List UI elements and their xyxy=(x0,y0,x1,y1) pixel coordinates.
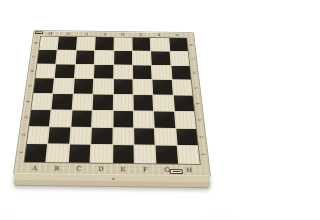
square-h3[interactable] xyxy=(175,112,196,128)
square-b7[interactable] xyxy=(57,50,76,64)
square-b8[interactable] xyxy=(58,37,77,50)
square-c3[interactable] xyxy=(71,110,92,126)
square-b4[interactable] xyxy=(52,94,73,109)
square-a1[interactable] xyxy=(25,144,48,162)
square-c4[interactable] xyxy=(72,94,92,109)
square-f6[interactable] xyxy=(133,65,152,79)
square-c5[interactable] xyxy=(73,79,93,94)
square-a4[interactable] xyxy=(31,94,52,109)
chessboard-photo: ABCDEFGH ABCDEFGH 87654321 87654321 xyxy=(0,0,220,220)
square-d7[interactable] xyxy=(95,51,113,65)
square-h6[interactable] xyxy=(171,65,191,79)
square-a5[interactable] xyxy=(34,78,55,93)
square-e3[interactable] xyxy=(113,111,133,127)
square-f4[interactable] xyxy=(133,95,153,110)
square-b2[interactable] xyxy=(48,127,70,144)
square-f5[interactable] xyxy=(133,80,152,95)
square-d6[interactable] xyxy=(94,65,113,79)
square-a6[interactable] xyxy=(36,64,56,78)
square-g2[interactable] xyxy=(155,128,176,145)
square-d2[interactable] xyxy=(91,127,112,144)
square-b1[interactable] xyxy=(47,144,69,162)
square-g1[interactable] xyxy=(156,146,178,164)
square-d4[interactable] xyxy=(93,94,113,109)
square-f2[interactable] xyxy=(134,128,155,145)
square-h7[interactable] xyxy=(170,51,189,65)
square-e8[interactable] xyxy=(114,37,132,50)
square-g3[interactable] xyxy=(154,111,175,127)
square-d3[interactable] xyxy=(92,111,112,127)
chess-board: ABCDEFGH ABCDEFGH 87654321 87654321 xyxy=(14,31,210,176)
square-h5[interactable] xyxy=(172,80,192,95)
square-d5[interactable] xyxy=(93,79,112,94)
square-e2[interactable] xyxy=(113,128,134,145)
square-e7[interactable] xyxy=(114,51,132,65)
square-f8[interactable] xyxy=(132,38,150,51)
maker-stamp-a8 xyxy=(35,31,43,34)
square-h2[interactable] xyxy=(176,128,198,145)
square-a7[interactable] xyxy=(37,50,57,64)
square-a2[interactable] xyxy=(27,127,49,144)
board-front-edge xyxy=(14,173,210,188)
square-c2[interactable] xyxy=(70,127,91,144)
square-a3[interactable] xyxy=(29,110,51,126)
square-c6[interactable] xyxy=(75,64,94,78)
square-e6[interactable] xyxy=(114,65,133,79)
square-e4[interactable] xyxy=(113,95,133,110)
board-grid xyxy=(25,36,200,163)
square-d8[interactable] xyxy=(95,37,113,50)
square-h1[interactable] xyxy=(177,146,199,164)
square-e1[interactable] xyxy=(113,145,134,163)
square-c7[interactable] xyxy=(76,50,95,64)
hinge-seam xyxy=(112,178,115,180)
square-g7[interactable] xyxy=(151,51,170,65)
square-e5[interactable] xyxy=(113,79,132,94)
square-f7[interactable] xyxy=(133,51,151,65)
square-g6[interactable] xyxy=(152,65,171,79)
square-h4[interactable] xyxy=(173,95,194,111)
square-b3[interactable] xyxy=(50,110,71,126)
square-b6[interactable] xyxy=(55,64,75,78)
board-frame: ABCDEFGH ABCDEFGH 87654321 87654321 xyxy=(14,31,210,176)
square-f1[interactable] xyxy=(134,146,155,164)
square-c8[interactable] xyxy=(77,37,95,50)
square-f3[interactable] xyxy=(134,111,154,127)
square-g4[interactable] xyxy=(153,95,173,111)
square-g8[interactable] xyxy=(151,38,169,51)
square-d1[interactable] xyxy=(91,145,112,163)
square-b5[interactable] xyxy=(54,79,74,94)
maker-stamp-h1 xyxy=(170,169,183,174)
square-h8[interactable] xyxy=(169,38,188,51)
square-g5[interactable] xyxy=(153,80,173,95)
square-a8[interactable] xyxy=(39,36,58,49)
square-c1[interactable] xyxy=(69,145,91,163)
